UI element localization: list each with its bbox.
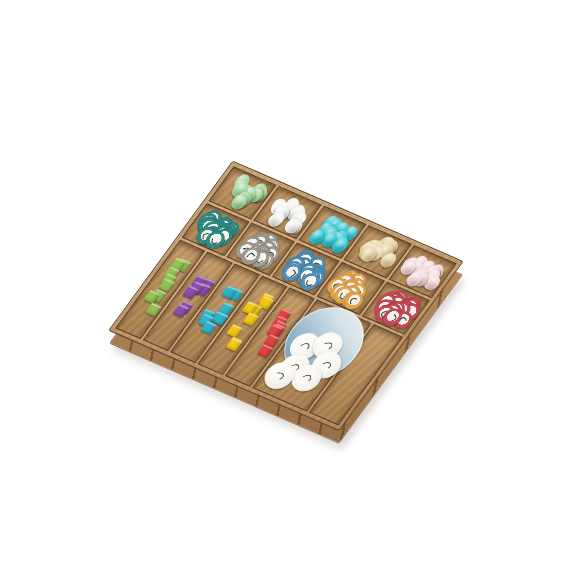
product-photo-canvas — [0, 0, 570, 570]
token-animal-glyph — [245, 251, 256, 261]
bird-illustration-mark — [301, 374, 311, 383]
bird-illustration-dot — [328, 347, 331, 349]
action-cube — [243, 312, 260, 326]
bird-illustration-mark — [321, 361, 331, 370]
token-animal-glyph — [287, 268, 298, 278]
egg-piece — [282, 217, 303, 234]
token-animal-glyph — [211, 237, 220, 245]
token-animal-glyph — [349, 298, 359, 305]
bird-illustration-dot — [307, 347, 309, 349]
action-cube — [172, 304, 189, 318]
action-cube — [226, 338, 243, 352]
token-animal-glyph — [305, 279, 315, 286]
bird-illustration-dot — [308, 379, 310, 381]
action-cube — [145, 303, 162, 317]
bird-illustration-dot — [279, 378, 282, 380]
organizer-tray — [110, 162, 462, 430]
token-animal-glyph — [387, 313, 397, 323]
action-cube — [226, 324, 243, 338]
bird-illustration-dot — [328, 367, 330, 369]
